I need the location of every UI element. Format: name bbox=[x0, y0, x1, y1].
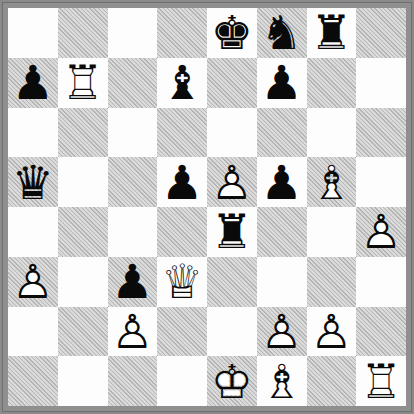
square-b2[interactable] bbox=[58, 307, 108, 357]
square-e3[interactable] bbox=[207, 257, 257, 307]
square-c4[interactable] bbox=[108, 207, 158, 257]
square-d5[interactable]: ♟ bbox=[157, 157, 207, 207]
square-b4[interactable] bbox=[58, 207, 108, 257]
square-b6[interactable] bbox=[58, 108, 108, 158]
white-pawn-outline: ♙ bbox=[211, 159, 253, 206]
black-knight-glyph: ♞ bbox=[261, 9, 303, 56]
chess-board: ♚♞♜♟♜♖♝♟♛♟♟♙♟♝♗♜♟♙♟♙♟♛♕♟♙♟♙♟♙♚♔♝♗♜♖ bbox=[8, 8, 406, 406]
black-pawn[interactable]: ♟ bbox=[261, 59, 303, 106]
white-bishop-outline: ♗ bbox=[261, 358, 303, 405]
square-g1[interactable] bbox=[307, 356, 357, 406]
square-a8[interactable] bbox=[8, 8, 58, 58]
black-pawn-glyph: ♟ bbox=[261, 159, 303, 206]
square-f4[interactable] bbox=[257, 207, 307, 257]
black-rook[interactable]: ♜ bbox=[310, 9, 352, 56]
white-pawn[interactable]: ♟♙ bbox=[211, 159, 253, 206]
square-e2[interactable] bbox=[207, 307, 257, 357]
black-king[interactable]: ♚ bbox=[211, 9, 253, 56]
white-rook[interactable]: ♜♖ bbox=[62, 59, 104, 106]
square-d7[interactable]: ♝ bbox=[157, 58, 207, 108]
square-c5[interactable] bbox=[108, 157, 158, 207]
square-h8[interactable] bbox=[356, 8, 406, 58]
square-h5[interactable] bbox=[356, 157, 406, 207]
square-c8[interactable] bbox=[108, 8, 158, 58]
square-f5[interactable]: ♟ bbox=[257, 157, 307, 207]
square-e1[interactable]: ♚♔ bbox=[207, 356, 257, 406]
black-pawn-glyph: ♟ bbox=[111, 258, 153, 305]
square-c2[interactable]: ♟♙ bbox=[108, 307, 158, 357]
square-g3[interactable] bbox=[307, 257, 357, 307]
square-d4[interactable] bbox=[157, 207, 207, 257]
square-b5[interactable] bbox=[58, 157, 108, 207]
square-e5[interactable]: ♟♙ bbox=[207, 157, 257, 207]
square-b7[interactable]: ♜♖ bbox=[58, 58, 108, 108]
white-pawn-outline: ♙ bbox=[12, 258, 54, 305]
square-b3[interactable] bbox=[58, 257, 108, 307]
square-b8[interactable] bbox=[58, 8, 108, 58]
black-pawn[interactable]: ♟ bbox=[111, 258, 153, 305]
black-pawn-glyph: ♟ bbox=[161, 159, 203, 206]
black-queen-glyph: ♛ bbox=[12, 159, 54, 206]
black-pawn[interactable]: ♟ bbox=[261, 159, 303, 206]
black-bishop[interactable]: ♝ bbox=[161, 59, 203, 106]
square-c3[interactable]: ♟ bbox=[108, 257, 158, 307]
square-a5[interactable]: ♛ bbox=[8, 157, 58, 207]
square-f1[interactable]: ♝♗ bbox=[257, 356, 307, 406]
square-g6[interactable] bbox=[307, 108, 357, 158]
square-a6[interactable] bbox=[8, 108, 58, 158]
black-rook-glyph: ♜ bbox=[211, 208, 253, 255]
square-c7[interactable] bbox=[108, 58, 158, 108]
white-rook-outline: ♖ bbox=[62, 59, 104, 106]
square-h4[interactable]: ♟♙ bbox=[356, 207, 406, 257]
square-f8[interactable]: ♞ bbox=[257, 8, 307, 58]
square-d1[interactable] bbox=[157, 356, 207, 406]
white-rook-outline: ♖ bbox=[360, 358, 402, 405]
white-rook[interactable]: ♜♖ bbox=[360, 358, 402, 405]
white-pawn-outline: ♙ bbox=[111, 308, 153, 355]
white-bishop[interactable]: ♝♗ bbox=[310, 159, 352, 206]
square-a7[interactable]: ♟ bbox=[8, 58, 58, 108]
white-pawn[interactable]: ♟♙ bbox=[111, 308, 153, 355]
square-h3[interactable] bbox=[356, 257, 406, 307]
black-knight[interactable]: ♞ bbox=[261, 9, 303, 56]
black-pawn-glyph: ♟ bbox=[261, 59, 303, 106]
square-e7[interactable] bbox=[207, 58, 257, 108]
square-f3[interactable] bbox=[257, 257, 307, 307]
white-king[interactable]: ♚♔ bbox=[211, 358, 253, 405]
white-pawn[interactable]: ♟♙ bbox=[310, 308, 352, 355]
square-d8[interactable] bbox=[157, 8, 207, 58]
white-pawn[interactable]: ♟♙ bbox=[12, 258, 54, 305]
square-e8[interactable]: ♚ bbox=[207, 8, 257, 58]
white-pawn-outline: ♙ bbox=[310, 308, 352, 355]
square-d2[interactable] bbox=[157, 307, 207, 357]
square-h7[interactable] bbox=[356, 58, 406, 108]
square-f2[interactable]: ♟♙ bbox=[257, 307, 307, 357]
black-rook-glyph: ♜ bbox=[310, 9, 352, 56]
square-a4[interactable] bbox=[8, 207, 58, 257]
square-f6[interactable] bbox=[257, 108, 307, 158]
square-g7[interactable] bbox=[307, 58, 357, 108]
square-c1[interactable] bbox=[108, 356, 158, 406]
square-d3[interactable]: ♛♕ bbox=[157, 257, 207, 307]
white-queen-outline: ♕ bbox=[161, 258, 203, 305]
square-a1[interactable] bbox=[8, 356, 58, 406]
square-b1[interactable] bbox=[58, 356, 108, 406]
black-bishop-glyph: ♝ bbox=[161, 59, 203, 106]
black-king-glyph: ♚ bbox=[211, 9, 253, 56]
white-queen[interactable]: ♛♕ bbox=[161, 258, 203, 305]
black-queen[interactable]: ♛ bbox=[12, 159, 54, 206]
square-h1[interactable]: ♜♖ bbox=[356, 356, 406, 406]
square-e6[interactable] bbox=[207, 108, 257, 158]
square-a2[interactable] bbox=[8, 307, 58, 357]
square-h2[interactable] bbox=[356, 307, 406, 357]
white-bishop[interactable]: ♝♗ bbox=[261, 358, 303, 405]
square-e4[interactable]: ♜ bbox=[207, 207, 257, 257]
white-pawn-outline: ♙ bbox=[360, 208, 402, 255]
square-g5[interactable]: ♝♗ bbox=[307, 157, 357, 207]
black-pawn[interactable]: ♟ bbox=[161, 159, 203, 206]
black-rook[interactable]: ♜ bbox=[211, 208, 253, 255]
square-f7[interactable]: ♟ bbox=[257, 58, 307, 108]
square-h6[interactable] bbox=[356, 108, 406, 158]
square-g8[interactable]: ♜ bbox=[307, 8, 357, 58]
black-pawn-glyph: ♟ bbox=[12, 59, 54, 106]
white-pawn-outline: ♙ bbox=[261, 308, 303, 355]
chess-board-frame: ♚♞♜♟♜♖♝♟♛♟♟♙♟♝♗♜♟♙♟♙♟♛♕♟♙♟♙♟♙♚♔♝♗♜♖ bbox=[0, 0, 414, 414]
white-king-outline: ♔ bbox=[211, 358, 253, 405]
square-c6[interactable] bbox=[108, 108, 158, 158]
white-bishop-outline: ♗ bbox=[310, 159, 352, 206]
square-d6[interactable] bbox=[157, 108, 207, 158]
white-pawn[interactable]: ♟♙ bbox=[360, 208, 402, 255]
square-g4[interactable] bbox=[307, 207, 357, 257]
square-g2[interactable]: ♟♙ bbox=[307, 307, 357, 357]
white-pawn[interactable]: ♟♙ bbox=[261, 308, 303, 355]
black-pawn[interactable]: ♟ bbox=[12, 59, 54, 106]
square-a3[interactable]: ♟♙ bbox=[8, 257, 58, 307]
